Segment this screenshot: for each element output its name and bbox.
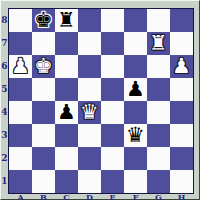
- square-h5[interactable]: [170, 78, 193, 101]
- square-f7[interactable]: [124, 32, 147, 55]
- square-c5[interactable]: [55, 78, 78, 101]
- file-label-g: G: [147, 193, 170, 200]
- square-h6[interactable]: ♟: [170, 55, 193, 78]
- square-a2[interactable]: [9, 147, 32, 170]
- square-a3[interactable]: [9, 124, 32, 147]
- file-label-d: D: [78, 193, 101, 200]
- square-b8[interactable]: ♚: [32, 9, 55, 32]
- square-d7[interactable]: [78, 32, 101, 55]
- square-e4[interactable]: [101, 101, 124, 124]
- square-e1[interactable]: [101, 170, 124, 193]
- square-f4[interactable]: [124, 101, 147, 124]
- black-rook[interactable]: ♜: [55, 9, 78, 32]
- file-label-c: C: [55, 193, 78, 200]
- white-king[interactable]: ♚: [32, 55, 55, 78]
- square-e8[interactable]: [101, 9, 124, 32]
- square-d8[interactable]: [78, 9, 101, 32]
- square-a1[interactable]: [9, 170, 32, 193]
- square-b3[interactable]: [32, 124, 55, 147]
- rank-label-5: 5: [1, 78, 8, 101]
- square-f2[interactable]: [124, 147, 147, 170]
- white-pawn[interactable]: ♟: [170, 55, 193, 78]
- file-label-h: H: [170, 193, 193, 200]
- white-rook[interactable]: ♜: [147, 32, 170, 55]
- white-queen[interactable]: ♛: [78, 101, 101, 124]
- square-d5[interactable]: [78, 78, 101, 101]
- square-c2[interactable]: [55, 147, 78, 170]
- square-g5[interactable]: [147, 78, 170, 101]
- square-f1[interactable]: [124, 170, 147, 193]
- square-b2[interactable]: [32, 147, 55, 170]
- square-d3[interactable]: [78, 124, 101, 147]
- square-a4[interactable]: [9, 101, 32, 124]
- square-b6[interactable]: ♚: [32, 55, 55, 78]
- square-c3[interactable]: [55, 124, 78, 147]
- square-e3[interactable]: [101, 124, 124, 147]
- square-g8[interactable]: [147, 9, 170, 32]
- black-pawn[interactable]: ♟: [55, 101, 78, 124]
- square-d2[interactable]: [78, 147, 101, 170]
- square-h8[interactable]: [170, 9, 193, 32]
- square-a6[interactable]: ♟: [9, 55, 32, 78]
- black-queen[interactable]: ♛: [124, 124, 147, 147]
- file-label-f: F: [124, 193, 147, 200]
- square-c6[interactable]: [55, 55, 78, 78]
- square-d1[interactable]: [78, 170, 101, 193]
- square-e7[interactable]: [101, 32, 124, 55]
- black-king[interactable]: ♚: [32, 9, 55, 32]
- rank-label-8: 8: [1, 9, 8, 32]
- square-g1[interactable]: [147, 170, 170, 193]
- square-c7[interactable]: [55, 32, 78, 55]
- file-label-e: E: [101, 193, 124, 200]
- square-f5[interactable]: ♟: [124, 78, 147, 101]
- square-c1[interactable]: [55, 170, 78, 193]
- square-g7[interactable]: ♜: [147, 32, 170, 55]
- file-labels: ABCDEFGH: [9, 193, 193, 200]
- square-g3[interactable]: [147, 124, 170, 147]
- file-label-a: A: [9, 193, 32, 200]
- square-a7[interactable]: [9, 32, 32, 55]
- square-e6[interactable]: [101, 55, 124, 78]
- square-c8[interactable]: ♜: [55, 9, 78, 32]
- rank-label-4: 4: [1, 101, 8, 124]
- rank-label-2: 2: [1, 147, 8, 170]
- square-f3[interactable]: ♛: [124, 124, 147, 147]
- square-f8[interactable]: [124, 9, 147, 32]
- white-pawn[interactable]: ♟: [9, 55, 32, 78]
- square-a5[interactable]: [9, 78, 32, 101]
- square-b7[interactable]: [32, 32, 55, 55]
- square-h4[interactable]: [170, 101, 193, 124]
- square-e2[interactable]: [101, 147, 124, 170]
- square-b5[interactable]: [32, 78, 55, 101]
- square-f6[interactable]: [124, 55, 147, 78]
- square-d6[interactable]: [78, 55, 101, 78]
- square-b1[interactable]: [32, 170, 55, 193]
- square-h3[interactable]: [170, 124, 193, 147]
- square-g4[interactable]: [147, 101, 170, 124]
- black-pawn[interactable]: ♟: [124, 78, 147, 101]
- square-g6[interactable]: [147, 55, 170, 78]
- square-b4[interactable]: [32, 101, 55, 124]
- rank-label-1: 1: [1, 170, 8, 193]
- square-d4[interactable]: ♛: [78, 101, 101, 124]
- square-g2[interactable]: [147, 147, 170, 170]
- rank-label-6: 6: [1, 55, 8, 78]
- board-frame: 87654321 ♚♜♜♟♚♟♟♟♛♛ ABCDEFGH: [0, 0, 200, 200]
- file-label-b: B: [32, 193, 55, 200]
- square-h7[interactable]: [170, 32, 193, 55]
- chess-board: ♚♜♜♟♚♟♟♟♛♛: [8, 8, 194, 194]
- square-h1[interactable]: [170, 170, 193, 193]
- square-c4[interactable]: ♟: [55, 101, 78, 124]
- rank-label-7: 7: [1, 32, 8, 55]
- square-e5[interactable]: [101, 78, 124, 101]
- rank-labels: 87654321: [1, 9, 8, 193]
- square-h2[interactable]: [170, 147, 193, 170]
- square-a8[interactable]: [9, 9, 32, 32]
- rank-label-3: 3: [1, 124, 8, 147]
